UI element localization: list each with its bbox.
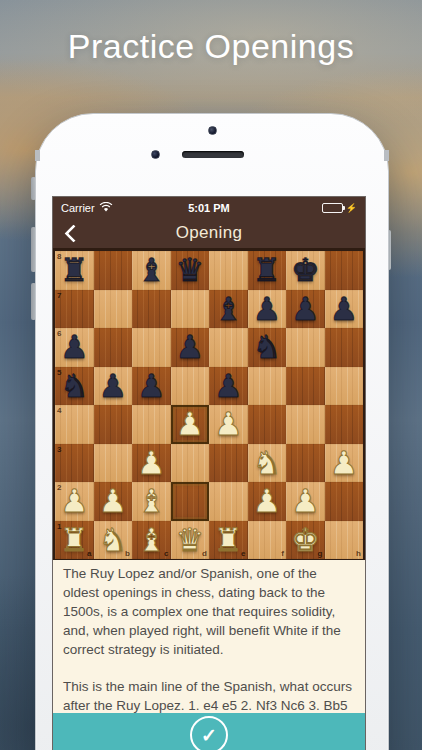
antenna-line [35,150,40,161]
app-store-screenshot: Practice Openings 5:01 PM Carrier [0,0,422,750]
square-a5[interactable]: 5♞ [55,367,94,406]
square-f1[interactable]: f [248,521,287,560]
square-d7[interactable] [171,290,210,329]
description-paragraph: This is the main line of the Spanish, wh… [63,677,354,713]
confirm-checkmark-button[interactable]: ✓ [190,716,228,750]
square-d2[interactable] [171,482,210,521]
bottom-action-bar: ✓ [53,713,365,750]
white-bishop: ♝ [132,482,171,521]
white-pawn: ♟ [209,405,248,444]
file-label-a: a [87,549,91,558]
rank-label-6: 6 [57,329,61,338]
square-f3[interactable]: ♞ [248,444,287,483]
square-b5[interactable]: ♟ [94,367,133,406]
square-f8[interactable]: ♜ [248,251,287,290]
square-a1[interactable]: 1a♜ [55,521,94,560]
front-camera-icon [208,126,217,135]
square-g2[interactable]: ♟ [286,482,325,521]
file-label-h: h [356,549,361,558]
square-g4[interactable] [286,405,325,444]
square-c3[interactable]: ♟ [132,444,171,483]
description-paragraph: The Ruy Lopez and/or Spanish, one of the… [63,564,354,659]
square-d5[interactable] [171,367,210,406]
rank-label-7: 7 [57,291,61,300]
square-h5[interactable] [325,367,364,406]
white-pawn: ♟ [248,482,287,521]
square-e1[interactable]: e♜ [209,521,248,560]
white-pawn: ♟ [94,482,133,521]
square-a4[interactable]: 4 [55,405,94,444]
square-g6[interactable] [286,328,325,367]
black-pawn: ♟ [132,367,171,406]
rank-label-3: 3 [57,445,61,454]
square-c6[interactable] [132,328,171,367]
square-g1[interactable]: g♚ [286,521,325,560]
battery-icon [322,203,343,213]
square-c7[interactable] [132,290,171,329]
square-e2[interactable] [209,482,248,521]
square-g5[interactable] [286,367,325,406]
black-king: ♚ [286,251,325,290]
black-pawn: ♟ [325,290,364,329]
white-pawn: ♟ [171,405,210,444]
square-e5[interactable]: ♟ [209,367,248,406]
square-f2[interactable]: ♟ [248,482,287,521]
square-e8[interactable] [209,251,248,290]
black-bishop: ♝ [132,251,171,290]
square-a7[interactable]: 7 [55,290,94,329]
black-queen: ♛ [171,251,210,290]
white-pawn: ♟ [132,444,171,483]
back-button[interactable] [61,223,81,243]
white-pawn: ♟ [286,482,325,521]
file-label-c: c [164,549,168,558]
square-h6[interactable] [325,328,364,367]
square-d6[interactable]: ♟ [171,328,210,367]
square-h8[interactable] [325,251,364,290]
iphone-mockup: 5:01 PM Carrier ⚡ [35,113,389,750]
black-knight: ♞ [248,328,287,367]
white-knight: ♞ [248,444,287,483]
square-b4[interactable] [94,405,133,444]
black-rook: ♜ [248,251,287,290]
square-c8[interactable]: ♝ [132,251,171,290]
square-f6[interactable]: ♞ [248,328,287,367]
rank-label-1: 1 [57,522,61,531]
square-h7[interactable]: ♟ [325,290,364,329]
square-h1[interactable]: h [325,521,364,560]
earpiece-speaker [182,151,244,158]
status-bar: 5:01 PM Carrier ⚡ [53,197,365,218]
square-e3[interactable] [209,444,248,483]
square-b8[interactable] [94,251,133,290]
square-a8[interactable]: 8♜ [55,251,94,290]
charging-bolt-icon: ⚡ [346,203,357,213]
square-h4[interactable] [325,405,364,444]
file-label-f: f [281,549,284,558]
square-b2[interactable]: ♟ [94,482,133,521]
square-f5[interactable] [248,367,287,406]
white-pawn: ♟ [325,444,364,483]
file-label-g: g [318,549,323,558]
page-title: Practice Openings [0,27,422,66]
square-b3[interactable] [94,444,133,483]
square-h3[interactable]: ♟ [325,444,364,483]
square-b6[interactable] [94,328,133,367]
square-b7[interactable] [94,290,133,329]
square-e4[interactable]: ♟ [209,405,248,444]
rank-label-4: 4 [57,406,61,415]
black-pawn: ♟ [248,290,287,329]
rank-label-8: 8 [57,252,61,261]
rank-label-2: 2 [57,483,61,492]
square-c5[interactable]: ♟ [132,367,171,406]
black-pawn: ♟ [286,290,325,329]
screen-title: Opening [176,223,242,243]
square-c1[interactable]: c♝ [132,521,171,560]
square-g8[interactable]: ♚ [286,251,325,290]
square-d8[interactable]: ♛ [171,251,210,290]
square-d3[interactable] [171,444,210,483]
app-screen: 5:01 PM Carrier ⚡ [53,197,365,750]
square-c2[interactable]: ♝ [132,482,171,521]
rank-label-5: 5 [57,368,61,377]
black-pawn: ♟ [209,367,248,406]
antenna-line [384,150,389,161]
file-label-d: d [202,549,207,558]
chess-board: 8♜♝♛♜♚7♝♟♟♟6♟♟♞5♞♟♟♟4♟♟3♟♞♟2♟♟♝♟♟1a♜b♞c♝… [55,251,363,559]
sensor-dot-icon [151,150,160,159]
chess-board-frame: 8♜♝♛♜♚7♝♟♟♟6♟♟♞5♞♟♟♟4♟♟3♟♞♟2♟♟♝♟♟1a♜b♞c♝… [53,248,365,560]
square-a6[interactable]: 6♟ [55,328,94,367]
square-g3[interactable] [286,444,325,483]
square-a3[interactable]: 3 [55,444,94,483]
black-bishop: ♝ [209,290,248,329]
square-g7[interactable]: ♟ [286,290,325,329]
square-e6[interactable] [209,328,248,367]
file-label-b: b [125,549,130,558]
navigation-bar: Opening [53,218,365,248]
file-label-e: e [241,549,245,558]
square-d1[interactable]: d♛ [171,521,210,560]
square-a2[interactable]: 2♟ [55,482,94,521]
square-f7[interactable]: ♟ [248,290,287,329]
square-h2[interactable] [325,482,364,521]
square-b1[interactable]: b♞ [94,521,133,560]
black-pawn: ♟ [171,328,210,367]
square-f4[interactable] [248,405,287,444]
square-c4[interactable] [132,405,171,444]
clock: 5:01 PM [53,202,365,214]
square-d4[interactable]: ♟ [171,405,210,444]
black-pawn: ♟ [94,367,133,406]
square-e7[interactable]: ♝ [209,290,248,329]
opening-description: The Ruy Lopez and/or Spanish, one of the… [53,560,365,713]
